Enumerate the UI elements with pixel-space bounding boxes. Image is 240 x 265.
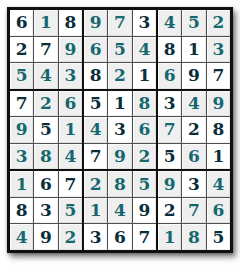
- cell-r4c1[interactable]: 7: [10, 91, 33, 117]
- cell-r5c2[interactable]: 5: [34, 117, 57, 143]
- cell-r1c3[interactable]: 8: [59, 10, 82, 36]
- cell-r4c8[interactable]: 4: [182, 91, 205, 117]
- cell-r8c8[interactable]: 7: [182, 198, 205, 224]
- cell-r2c8[interactable]: 1: [182, 37, 205, 63]
- cell-r1c2[interactable]: 1: [34, 10, 57, 36]
- cell-r8c6[interactable]: 9: [133, 198, 156, 224]
- cell-r7c1[interactable]: 1: [10, 171, 33, 197]
- cell-r1c7[interactable]: 4: [158, 10, 181, 36]
- sudoku-grid: 6182795439736548214528136977269513845184…: [10, 10, 230, 250]
- cell-r2c5[interactable]: 5: [108, 37, 131, 63]
- cell-r3c8[interactable]: 9: [182, 63, 205, 89]
- cell-r9c5[interactable]: 6: [108, 224, 131, 250]
- cell-r5c1[interactable]: 9: [10, 117, 33, 143]
- cell-r2c1[interactable]: 2: [10, 37, 33, 63]
- cell-r2c9[interactable]: 3: [207, 37, 230, 63]
- cell-r8c4[interactable]: 1: [84, 198, 107, 224]
- cell-r8c5[interactable]: 4: [108, 198, 131, 224]
- sudoku-box-8: 285149367: [84, 171, 156, 250]
- cell-r5c9[interactable]: 8: [207, 117, 230, 143]
- cell-r2c4[interactable]: 6: [84, 37, 107, 63]
- sudoku-box-4: 726951384: [10, 91, 82, 170]
- cell-r5c3[interactable]: 1: [59, 117, 82, 143]
- cell-r9c7[interactable]: 1: [158, 224, 181, 250]
- cell-r9c4[interactable]: 3: [84, 224, 107, 250]
- cell-r3c7[interactable]: 6: [158, 63, 181, 89]
- cell-r7c8[interactable]: 3: [182, 171, 205, 197]
- cell-r1c8[interactable]: 5: [182, 10, 205, 36]
- cell-r5c5[interactable]: 3: [108, 117, 131, 143]
- sudoku-box-5: 518436792: [84, 91, 156, 170]
- cell-r4c9[interactable]: 9: [207, 91, 230, 117]
- sudoku-box-1: 618279543: [10, 10, 82, 89]
- cell-r6c9[interactable]: 1: [207, 144, 230, 170]
- cell-r4c5[interactable]: 1: [108, 91, 131, 117]
- cell-r8c7[interactable]: 2: [158, 198, 181, 224]
- cell-r6c7[interactable]: 5: [158, 144, 181, 170]
- cell-r8c2[interactable]: 3: [34, 198, 57, 224]
- cell-r5c4[interactable]: 4: [84, 117, 107, 143]
- cell-r9c2[interactable]: 9: [34, 224, 57, 250]
- cell-r5c8[interactable]: 2: [182, 117, 205, 143]
- cell-r1c4[interactable]: 9: [84, 10, 107, 36]
- cell-r6c1[interactable]: 3: [10, 144, 33, 170]
- cell-r6c6[interactable]: 2: [133, 144, 156, 170]
- cell-r6c5[interactable]: 9: [108, 144, 131, 170]
- sudoku-box-6: 349728561: [158, 91, 230, 170]
- cell-r3c5[interactable]: 2: [108, 63, 131, 89]
- cell-r3c1[interactable]: 5: [10, 63, 33, 89]
- cell-r4c3[interactable]: 6: [59, 91, 82, 117]
- cell-r6c3[interactable]: 4: [59, 144, 82, 170]
- cell-r7c9[interactable]: 4: [207, 171, 230, 197]
- cell-r9c1[interactable]: 4: [10, 224, 33, 250]
- sudoku-box-7: 167835492: [10, 171, 82, 250]
- cell-r7c2[interactable]: 6: [34, 171, 57, 197]
- cell-r6c2[interactable]: 8: [34, 144, 57, 170]
- cell-r8c3[interactable]: 5: [59, 198, 82, 224]
- cell-r8c1[interactable]: 8: [10, 198, 33, 224]
- cell-r3c2[interactable]: 4: [34, 63, 57, 89]
- cell-r2c7[interactable]: 8: [158, 37, 181, 63]
- sudoku-box-2: 973654821: [84, 10, 156, 89]
- cell-r7c7[interactable]: 9: [158, 171, 181, 197]
- cell-r1c6[interactable]: 3: [133, 10, 156, 36]
- cell-r1c1[interactable]: 6: [10, 10, 33, 36]
- cell-r3c9[interactable]: 7: [207, 63, 230, 89]
- cell-r7c3[interactable]: 7: [59, 171, 82, 197]
- cell-r6c8[interactable]: 6: [182, 144, 205, 170]
- sudoku-box-9: 934276185: [158, 171, 230, 250]
- cell-r5c6[interactable]: 6: [133, 117, 156, 143]
- cell-r7c5[interactable]: 8: [108, 171, 131, 197]
- cell-r3c4[interactable]: 8: [84, 63, 107, 89]
- cell-r9c9[interactable]: 5: [207, 224, 230, 250]
- page-background: 6182795439736548214528136977269513845184…: [0, 0, 240, 265]
- cell-r4c7[interactable]: 3: [158, 91, 181, 117]
- cell-r3c6[interactable]: 1: [133, 63, 156, 89]
- sudoku-box-3: 452813697: [158, 10, 230, 89]
- cell-r2c3[interactable]: 9: [59, 37, 82, 63]
- cell-r7c4[interactable]: 2: [84, 171, 107, 197]
- cell-r1c5[interactable]: 7: [108, 10, 131, 36]
- cell-r1c9[interactable]: 2: [207, 10, 230, 36]
- cell-r9c3[interactable]: 2: [59, 224, 82, 250]
- cell-r8c9[interactable]: 6: [207, 198, 230, 224]
- sudoku-board: 6182795439736548214528136977269513845184…: [7, 7, 233, 253]
- cell-r3c3[interactable]: 3: [59, 63, 82, 89]
- cell-r4c2[interactable]: 2: [34, 91, 57, 117]
- cell-r7c6[interactable]: 5: [133, 171, 156, 197]
- cell-r4c6[interactable]: 8: [133, 91, 156, 117]
- cell-r9c8[interactable]: 8: [182, 224, 205, 250]
- cell-r6c4[interactable]: 7: [84, 144, 107, 170]
- cell-r9c6[interactable]: 7: [133, 224, 156, 250]
- cell-r4c4[interactable]: 5: [84, 91, 107, 117]
- cell-r2c2[interactable]: 7: [34, 37, 57, 63]
- cell-r5c7[interactable]: 7: [158, 117, 181, 143]
- cell-r2c6[interactable]: 4: [133, 37, 156, 63]
